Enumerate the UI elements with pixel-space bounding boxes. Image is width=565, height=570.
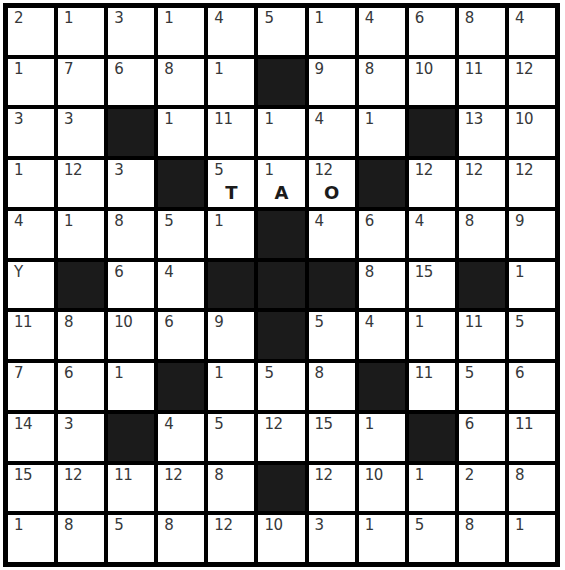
grid-cell[interactable]: 5T — [208, 160, 254, 207]
cell-number: 1 — [214, 61, 223, 78]
cell-number: 4 — [365, 314, 374, 331]
cell-number: 8 — [315, 365, 324, 382]
grid-cell[interactable]: 15 — [8, 465, 54, 512]
cell-number: 1 — [164, 10, 173, 27]
cell-number: 4 — [365, 10, 374, 27]
black-cell — [258, 312, 304, 359]
black-cell — [158, 363, 204, 410]
cell-number: 11 — [465, 61, 483, 78]
cell-number: 1 — [114, 365, 123, 382]
cell-number: 1 — [264, 162, 273, 179]
grid-cell[interactable]: 2 — [8, 8, 54, 55]
grid-cell[interactable]: 8 — [58, 312, 104, 359]
grid-cell[interactable]: 2 — [459, 465, 505, 512]
grid-cell[interactable]: 8 — [309, 363, 355, 410]
black-cell — [58, 262, 104, 309]
grid-cell[interactable]: 8 — [359, 262, 405, 309]
black-cell — [359, 160, 405, 207]
grid-cell[interactable]: 5 — [409, 515, 455, 562]
cell-number: 1 — [14, 517, 23, 534]
grid-cell[interactable]: 1 — [8, 59, 54, 106]
cell-number: 5 — [415, 517, 424, 534]
cell-number: 5 — [315, 314, 324, 331]
grid-cell[interactable]: 1A — [258, 160, 304, 207]
cell-number: 8 — [515, 467, 524, 484]
grid-cell[interactable]: 4 — [359, 8, 405, 55]
grid-cell[interactable]: 11 — [459, 312, 505, 359]
cell-number: 1 — [365, 111, 374, 128]
cell-number: 11 — [14, 314, 32, 331]
grid-cell[interactable]: 4 — [208, 8, 254, 55]
cell-number: 11 — [465, 314, 483, 331]
grid-cell[interactable]: 9 — [208, 312, 254, 359]
cell-number: 6 — [64, 365, 73, 382]
grid-cell[interactable]: 5 — [108, 515, 154, 562]
cell-number: 5 — [214, 416, 223, 433]
cell-number: 1 — [415, 314, 424, 331]
cell-number: 5 — [114, 517, 123, 534]
cell-corner-letter: Y — [14, 264, 23, 281]
grid-cell[interactable]: 4 — [158, 262, 204, 309]
grid-cell[interactable]: 4 — [359, 312, 405, 359]
given-letter: O — [309, 182, 355, 203]
grid-cell[interactable]: 5 — [258, 363, 304, 410]
black-cell — [309, 262, 355, 309]
cell-number: 10 — [264, 517, 282, 534]
cell-number: 8 — [164, 517, 173, 534]
cell-number: 1 — [64, 10, 73, 27]
cell-number: 8 — [64, 517, 73, 534]
grid-cell[interactable]: 12 — [58, 160, 104, 207]
grid-cell[interactable]: 13 — [459, 109, 505, 156]
grid-cell[interactable]: 1 — [359, 515, 405, 562]
grid-cell[interactable]: 4 — [309, 211, 355, 258]
cell-number: 5 — [264, 10, 273, 27]
grid-cell[interactable]: 8 — [208, 465, 254, 512]
cell-number: 5 — [264, 365, 273, 382]
cell-number: 4 — [515, 10, 524, 27]
grid-cell[interactable]: 1 — [8, 515, 54, 562]
cell-number: 12 — [515, 162, 533, 179]
grid-cell[interactable]: 15 — [309, 414, 355, 461]
cell-number: 12 — [515, 61, 533, 78]
cell-number: 7 — [14, 365, 23, 382]
grid-cell[interactable]: 4 — [309, 109, 355, 156]
grid-cell[interactable]: 11 — [459, 59, 505, 106]
cell-number: 4 — [214, 10, 223, 27]
grid-cell[interactable]: 11 — [208, 109, 254, 156]
cell-number: 4 — [415, 213, 424, 230]
cell-number: 1 — [64, 213, 73, 230]
black-cell — [208, 262, 254, 309]
cell-number: 9 — [515, 213, 524, 230]
grid-cell[interactable]: 8 — [509, 465, 555, 512]
grid-cell[interactable]: 7 — [8, 363, 54, 410]
cell-number: 5 — [515, 314, 524, 331]
grid-cell[interactable]: 5 — [208, 414, 254, 461]
cell-number: 6 — [465, 416, 474, 433]
cell-number: 12 — [415, 162, 433, 179]
cell-number: 1 — [315, 10, 324, 27]
grid-cell[interactable]: 12 — [309, 465, 355, 512]
grid-cell[interactable]: 8 — [108, 211, 154, 258]
grid-cell[interactable]: 1 — [8, 160, 54, 207]
grid-cell[interactable]: 1 — [208, 59, 254, 106]
grid-cell[interactable]: 12 — [409, 160, 455, 207]
cell-number: 5 — [214, 162, 223, 179]
grid-cell[interactable]: 9 — [309, 59, 355, 106]
grid-cell[interactable]: 12 — [258, 414, 304, 461]
black-cell — [258, 262, 304, 309]
cell-number: 8 — [365, 264, 374, 281]
grid-cell[interactable]: 6 — [108, 59, 154, 106]
cell-number: 6 — [415, 10, 424, 27]
cell-number: 3 — [114, 10, 123, 27]
grid-cell[interactable]: 12 — [509, 59, 555, 106]
cell-number: 3 — [14, 111, 23, 128]
grid-cell[interactable]: 6 — [459, 414, 505, 461]
grid-cell[interactable]: 1 — [359, 109, 405, 156]
cell-number: 1 — [515, 517, 524, 534]
cell-number: 7 — [64, 61, 73, 78]
grid-cell[interactable]: 11 — [509, 414, 555, 461]
grid-cell[interactable]: 1 — [258, 109, 304, 156]
grid-cell[interactable]: 12O — [309, 160, 355, 207]
black-cell — [409, 414, 455, 461]
cell-number: 12 — [164, 467, 182, 484]
black-cell — [158, 160, 204, 207]
grid-cell[interactable]: 10 — [108, 312, 154, 359]
black-cell — [409, 109, 455, 156]
grid-cell[interactable]: 3 — [108, 8, 154, 55]
grid-cell[interactable]: 11 — [409, 363, 455, 410]
cell-number: 9 — [214, 314, 223, 331]
grid-cell[interactable]: 10 — [509, 109, 555, 156]
cell-number: 2 — [14, 10, 23, 27]
grid-cell[interactable]: 6 — [409, 8, 455, 55]
grid-cell[interactable]: 5 — [258, 8, 304, 55]
cell-number: 9 — [315, 61, 324, 78]
grid-cell[interactable]: 1 — [409, 312, 455, 359]
grid-cell[interactable]: 6 — [509, 363, 555, 410]
cell-number: 1 — [214, 365, 223, 382]
black-cell — [459, 262, 505, 309]
grid-cell[interactable]: 12 — [58, 465, 104, 512]
grid-cell[interactable]: 10 — [359, 465, 405, 512]
cell-number: 8 — [164, 61, 173, 78]
grid-cell[interactable]: 3 — [58, 109, 104, 156]
cell-number: 4 — [14, 213, 23, 230]
grid-cell[interactable]: 8 — [459, 8, 505, 55]
cell-number: 2 — [465, 467, 474, 484]
grid-cell[interactable]: 1 — [409, 465, 455, 512]
cell-number: 1 — [365, 517, 374, 534]
given-letter: T — [208, 182, 254, 203]
grid-cell[interactable]: 6 — [359, 211, 405, 258]
grid-cell[interactable]: 8 — [459, 211, 505, 258]
grid-cell[interactable]: 3 — [309, 515, 355, 562]
cell-number: 8 — [465, 213, 474, 230]
cell-number: 10 — [114, 314, 132, 331]
grid-cell[interactable]: 3 — [108, 160, 154, 207]
grid-cell[interactable]: 12 — [158, 465, 204, 512]
cell-number: 12 — [64, 467, 82, 484]
grid-cell[interactable]: 1 — [158, 109, 204, 156]
cell-number: 15 — [415, 264, 433, 281]
cell-number: 12 — [315, 162, 333, 179]
cell-number: 6 — [114, 264, 123, 281]
cell-number: 1 — [164, 111, 173, 128]
grid-cell[interactable]: 12 — [459, 160, 505, 207]
cell-number: 15 — [315, 416, 333, 433]
cell-number: 6 — [114, 61, 123, 78]
cell-number: 3 — [315, 517, 324, 534]
cell-number: 4 — [164, 264, 173, 281]
grid-cell[interactable]: 6 — [108, 262, 154, 309]
cell-number: 3 — [64, 111, 73, 128]
cell-number: 6 — [365, 213, 374, 230]
grid-cell[interactable]: 12 — [509, 160, 555, 207]
cell-number: 1 — [14, 61, 23, 78]
cell-number: 10 — [365, 467, 383, 484]
cell-number: 3 — [114, 162, 123, 179]
black-cell — [359, 363, 405, 410]
cell-number: 1 — [264, 111, 273, 128]
grid-cell[interactable]: 1 — [58, 211, 104, 258]
grid-cell[interactable]: 10 — [409, 59, 455, 106]
grid-cell[interactable]: 1 — [58, 8, 104, 55]
cell-number: 3 — [64, 416, 73, 433]
grid-cell[interactable]: 1 — [208, 363, 254, 410]
black-cell — [258, 465, 304, 512]
cell-number: 1 — [415, 467, 424, 484]
cell-number: 12 — [214, 517, 232, 534]
cell-number: 12 — [264, 416, 282, 433]
grid-cell[interactable]: 8 — [158, 59, 204, 106]
grid-cell[interactable]: Y — [8, 262, 54, 309]
grid-cell[interactable]: 1 — [359, 414, 405, 461]
cell-number: 1 — [515, 264, 524, 281]
black-cell — [108, 109, 154, 156]
cell-number: 5 — [465, 365, 474, 382]
cell-number: 1 — [14, 162, 23, 179]
cell-number: 6 — [515, 365, 524, 382]
grid-cell[interactable]: 8 — [459, 515, 505, 562]
black-cell — [108, 414, 154, 461]
grid-cell[interactable]: 4 — [158, 414, 204, 461]
codeword-grid: 2131451468417681981011123311114113101123… — [3, 3, 560, 567]
cell-number: 8 — [64, 314, 73, 331]
cell-number: 15 — [14, 467, 32, 484]
cell-number: 4 — [315, 213, 324, 230]
grid-cell[interactable]: 1 — [208, 211, 254, 258]
grid-cell[interactable]: 15 — [409, 262, 455, 309]
grid-cell[interactable]: 11 — [8, 312, 54, 359]
grid-cell[interactable]: 1 — [108, 363, 154, 410]
cell-number: 8 — [214, 467, 223, 484]
cell-number: 14 — [14, 416, 32, 433]
grid-cell[interactable]: 1 — [158, 8, 204, 55]
codeword-board: 2131451468417681981011123311114113101123… — [0, 0, 565, 570]
cell-number: 10 — [515, 111, 533, 128]
grid-cell[interactable]: 5 — [309, 312, 355, 359]
grid-cell[interactable]: 9 — [509, 211, 555, 258]
grid-cell[interactable]: 5 — [509, 312, 555, 359]
grid-cell[interactable]: 14 — [8, 414, 54, 461]
cell-number: 6 — [164, 314, 173, 331]
grid-cell[interactable]: 8 — [359, 59, 405, 106]
grid-cell[interactable]: 3 — [58, 414, 104, 461]
grid-cell[interactable]: 4 — [8, 211, 54, 258]
cell-number: 11 — [515, 416, 533, 433]
given-letter: A — [258, 182, 304, 203]
cell-number: 13 — [465, 111, 483, 128]
black-cell — [258, 59, 304, 106]
grid-cell[interactable]: 1 — [509, 515, 555, 562]
grid-cell[interactable]: 7 — [58, 59, 104, 106]
cell-number: 11 — [415, 365, 433, 382]
grid-cell[interactable]: 10 — [258, 515, 304, 562]
grid-cell[interactable]: 8 — [158, 515, 204, 562]
cell-number: 11 — [114, 467, 132, 484]
cell-number: 10 — [415, 61, 433, 78]
cell-number: 12 — [465, 162, 483, 179]
cell-number: 4 — [315, 111, 324, 128]
cell-number: 8 — [365, 61, 374, 78]
cell-number: 1 — [214, 213, 223, 230]
grid-cell[interactable]: 6 — [158, 312, 204, 359]
grid-cell[interactable]: 8 — [58, 515, 104, 562]
cell-number: 11 — [214, 111, 232, 128]
cell-number: 4 — [164, 416, 173, 433]
grid-cell[interactable]: 1 — [309, 8, 355, 55]
cell-number: 12 — [315, 467, 333, 484]
grid-cell[interactable]: 5 — [158, 211, 204, 258]
cell-number: 8 — [114, 213, 123, 230]
grid-cell[interactable]: 12 — [208, 515, 254, 562]
black-cell — [258, 211, 304, 258]
cell-number: 8 — [465, 10, 474, 27]
grid-cell[interactable]: 4 — [509, 8, 555, 55]
cell-number: 8 — [465, 517, 474, 534]
grid-cell[interactable]: 4 — [409, 211, 455, 258]
cell-number: 1 — [365, 416, 374, 433]
grid-cell[interactable]: 3 — [8, 109, 54, 156]
cell-number: 12 — [64, 162, 82, 179]
cell-number: 5 — [164, 213, 173, 230]
grid-cell[interactable]: 6 — [58, 363, 104, 410]
grid-cell[interactable]: 5 — [459, 363, 505, 410]
grid-cell[interactable]: 11 — [108, 465, 154, 512]
grid-cell[interactable]: 1 — [509, 262, 555, 309]
